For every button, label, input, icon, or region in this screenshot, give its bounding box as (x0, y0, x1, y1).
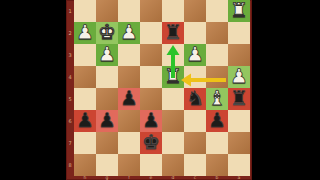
square-h8[interactable] (74, 154, 96, 176)
square-e4[interactable] (140, 66, 162, 88)
square-e5[interactable] (140, 88, 162, 110)
piece-wB-b5[interactable]: ♝ (208, 87, 226, 109)
square-c7[interactable] (184, 132, 206, 154)
square-d8[interactable] (162, 154, 184, 176)
square-e1[interactable] (140, 0, 162, 22)
piece-wP-f2[interactable]: ♟ (120, 21, 138, 43)
square-b1[interactable] (206, 0, 228, 22)
rank-label-4: 4 (66, 75, 74, 80)
square-a1[interactable]: ♜ (228, 0, 250, 22)
piece-bK-e7[interactable]: ♚ (142, 131, 160, 153)
square-b3[interactable] (206, 44, 228, 66)
rank-label-6: 6 (66, 119, 74, 124)
square-h6[interactable]: ♟ (74, 110, 96, 132)
file-label-h: h (74, 176, 96, 180)
square-c3[interactable]: ♟ (184, 44, 206, 66)
square-g8[interactable] (96, 154, 118, 176)
square-f3[interactable] (118, 44, 140, 66)
square-c4[interactable] (184, 66, 206, 88)
square-b5[interactable]: ♝ (206, 88, 228, 110)
piece-wP-c3[interactable]: ♟ (186, 43, 204, 65)
file-label-d: d (162, 176, 184, 180)
square-d4[interactable]: ♜ (162, 66, 184, 88)
rank-label-2: 2 (66, 31, 74, 36)
file-label-c: c (184, 176, 206, 180)
piece-bR-a5[interactable]: ♜ (230, 87, 248, 109)
square-f7[interactable] (118, 132, 140, 154)
rank-label-1: 1 (66, 9, 74, 14)
square-d3[interactable] (162, 44, 184, 66)
square-d5[interactable] (162, 88, 184, 110)
piece-wP-g3[interactable]: ♟ (98, 43, 116, 65)
piece-bP-b6[interactable]: ♟ (208, 109, 226, 131)
square-f8[interactable] (118, 154, 140, 176)
square-c2[interactable] (184, 22, 206, 44)
file-label-g: g (96, 176, 118, 180)
square-c8[interactable] (184, 154, 206, 176)
square-b4[interactable] (206, 66, 228, 88)
piece-bP-e6[interactable]: ♟ (142, 109, 160, 131)
file-label-b: b (206, 176, 228, 180)
square-h7[interactable] (74, 132, 96, 154)
square-h3[interactable] (74, 44, 96, 66)
square-g4[interactable] (96, 66, 118, 88)
square-a6[interactable] (228, 110, 250, 132)
rank-label-3: 3 (66, 53, 74, 58)
square-g6[interactable]: ♟ (96, 110, 118, 132)
square-a7[interactable] (228, 132, 250, 154)
file-label-f: f (118, 176, 140, 180)
rank-label-5: 5 (66, 97, 74, 102)
square-e8[interactable] (140, 154, 162, 176)
square-c5[interactable]: ♞ (184, 88, 206, 110)
board-squares: ♜♟♚♟♜♟♟♜♟♟♞♝♜♟♟♟♟♚ (74, 0, 250, 176)
square-b6[interactable]: ♟ (206, 110, 228, 132)
square-a4[interactable]: ♟ (228, 66, 250, 88)
letterbox-left (0, 0, 66, 180)
square-f4[interactable] (118, 66, 140, 88)
rank-label-8: 8 (66, 163, 74, 168)
square-e3[interactable] (140, 44, 162, 66)
square-a8[interactable] (228, 154, 250, 176)
square-e6[interactable]: ♟ (140, 110, 162, 132)
square-a3[interactable] (228, 44, 250, 66)
square-c1[interactable] (184, 0, 206, 22)
square-g5[interactable] (96, 88, 118, 110)
square-d1[interactable] (162, 0, 184, 22)
square-d2[interactable]: ♜ (162, 22, 184, 44)
piece-bR-d2[interactable]: ♜ (164, 21, 182, 43)
piece-wK-g2[interactable]: ♚ (98, 21, 116, 43)
square-g3[interactable]: ♟ (96, 44, 118, 66)
piece-wR-d4[interactable]: ♜ (164, 65, 182, 87)
square-h2[interactable]: ♟ (74, 22, 96, 44)
square-b8[interactable] (206, 154, 228, 176)
piece-wR-a1[interactable]: ♜ (230, 0, 248, 21)
rank-label-7: 7 (66, 141, 74, 146)
file-label-a: a (228, 176, 250, 180)
square-g1[interactable] (96, 0, 118, 22)
square-a2[interactable] (228, 22, 250, 44)
square-e7[interactable]: ♚ (140, 132, 162, 154)
square-f6[interactable] (118, 110, 140, 132)
square-d6[interactable] (162, 110, 184, 132)
letterbox-right (252, 0, 320, 180)
square-g2[interactable]: ♚ (96, 22, 118, 44)
square-h4[interactable] (74, 66, 96, 88)
square-b2[interactable] (206, 22, 228, 44)
piece-wP-a4[interactable]: ♟ (230, 65, 248, 87)
square-h1[interactable] (74, 0, 96, 22)
square-f1[interactable] (118, 0, 140, 22)
square-c6[interactable] (184, 110, 206, 132)
square-b7[interactable] (206, 132, 228, 154)
square-h5[interactable] (74, 88, 96, 110)
square-g7[interactable] (96, 132, 118, 154)
file-label-e: e (140, 176, 162, 180)
piece-bP-h6[interactable]: ♟ (76, 109, 94, 131)
square-f5[interactable]: ♟ (118, 88, 140, 110)
square-a5[interactable]: ♜ (228, 88, 250, 110)
piece-bP-f5[interactable]: ♟ (120, 87, 138, 109)
square-d7[interactable] (162, 132, 184, 154)
video-frame: 12345678 hgfedcba ♜♟♚♟♜♟♟♜♟♟♞♝♜♟♟♟♟♚ (0, 0, 320, 180)
piece-wP-h2[interactable]: ♟ (76, 21, 94, 43)
square-e2[interactable] (140, 22, 162, 44)
chess-board: 12345678 hgfedcba ♜♟♚♟♜♟♟♜♟♟♞♝♜♟♟♟♟♚ (66, 0, 252, 180)
piece-bP-g6[interactable]: ♟ (98, 109, 116, 131)
square-f2[interactable]: ♟ (118, 22, 140, 44)
piece-bN-c5[interactable]: ♞ (186, 87, 204, 109)
